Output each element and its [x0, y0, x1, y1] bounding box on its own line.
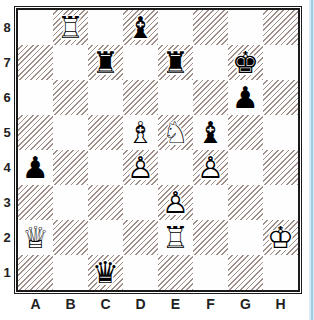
square-c2[interactable] [88, 220, 123, 255]
square-a8[interactable] [18, 10, 53, 45]
piece-white-pawn: ♙ [123, 150, 158, 185]
square-b8[interactable]: ♜♖ [53, 10, 88, 45]
file-labels: ABCDEFGH [18, 296, 298, 312]
piece-black-pawn: ♟ [228, 80, 263, 115]
square-d5[interactable]: ♝♗ [123, 115, 158, 150]
square-g2[interactable] [228, 220, 263, 255]
square-a2[interactable]: ♛♕ [18, 220, 53, 255]
square-c4[interactable] [88, 150, 123, 185]
square-h1[interactable] [263, 255, 298, 290]
square-d7[interactable] [123, 45, 158, 80]
square-d3[interactable] [123, 185, 158, 220]
square-c6[interactable] [88, 80, 123, 115]
square-e3[interactable]: ♟♙ [158, 185, 193, 220]
square-b2[interactable] [53, 220, 88, 255]
square-d8[interactable]: ♝♝ [123, 10, 158, 45]
square-b5[interactable] [53, 115, 88, 150]
piece-white-queen: ♕ [18, 220, 53, 255]
square-g4[interactable] [228, 150, 263, 185]
square-a3[interactable] [18, 185, 53, 220]
piece-halo: ♝ [123, 115, 158, 150]
square-c7[interactable]: ♜♜ [88, 45, 123, 80]
rank-label-5: 5 [3, 125, 10, 140]
piece-white-rook: ♖ [158, 220, 193, 255]
square-b1[interactable] [53, 255, 88, 290]
square-f2[interactable] [193, 220, 228, 255]
piece-white-pawn: ♙ [158, 185, 193, 220]
piece-halo: ♟ [18, 150, 53, 185]
piece-halo: ♟ [158, 185, 193, 220]
square-b4[interactable] [53, 150, 88, 185]
square-c5[interactable] [88, 115, 123, 150]
square-h3[interactable] [263, 185, 298, 220]
square-c8[interactable] [88, 10, 123, 45]
square-a6[interactable] [18, 80, 53, 115]
square-f7[interactable] [193, 45, 228, 80]
rank-label-3: 3 [3, 195, 10, 210]
square-d4[interactable]: ♟♙ [123, 150, 158, 185]
square-e4[interactable] [158, 150, 193, 185]
square-g1[interactable] [228, 255, 263, 290]
piece-white-king: ♔ [263, 220, 298, 255]
square-e6[interactable] [158, 80, 193, 115]
file-label-b: B [65, 296, 75, 312]
board-area: 87654321 ♜♖♝♝♜♜♜♜♚♚♟♟♝♗♞♘♝♝♟♟♟♙♟♙♟♙♛♕♜♖♚… [0, 6, 302, 294]
file-label-c: C [100, 296, 110, 312]
square-f4[interactable]: ♟♙ [193, 150, 228, 185]
square-f1[interactable] [193, 255, 228, 290]
piece-black-king: ♚ [228, 45, 263, 80]
piece-black-rook: ♜ [158, 45, 193, 80]
square-a7[interactable] [18, 45, 53, 80]
file-label-d: D [135, 296, 145, 312]
piece-halo: ♚ [228, 45, 263, 80]
piece-halo: ♜ [88, 45, 123, 80]
rank-label-8: 8 [3, 20, 10, 35]
square-g5[interactable] [228, 115, 263, 150]
square-h6[interactable] [263, 80, 298, 115]
board-frame-inner: ♜♖♝♝♜♜♜♜♚♚♟♟♝♗♞♘♝♝♟♟♟♙♟♙♟♙♛♕♜♖♚♔♛♛ [16, 8, 300, 292]
file-label-a: A [30, 296, 40, 312]
piece-halo: ♞ [158, 115, 193, 150]
square-h4[interactable] [263, 150, 298, 185]
piece-halo: ♜ [158, 45, 193, 80]
square-f6[interactable] [193, 80, 228, 115]
piece-black-bishop: ♝ [123, 10, 158, 45]
piece-black-queen: ♛ [88, 255, 123, 290]
square-a4[interactable]: ♟♟ [18, 150, 53, 185]
rank-label-4: 4 [3, 160, 10, 175]
piece-halo: ♟ [228, 80, 263, 115]
rank-label-2: 2 [3, 230, 10, 245]
square-e1[interactable] [158, 255, 193, 290]
file-label-f: F [206, 296, 215, 312]
square-b7[interactable] [53, 45, 88, 80]
piece-halo: ♟ [193, 150, 228, 185]
square-f3[interactable] [193, 185, 228, 220]
piece-black-bishop: ♝ [193, 115, 228, 150]
square-b3[interactable] [53, 185, 88, 220]
square-b6[interactable] [53, 80, 88, 115]
piece-white-knight: ♘ [158, 115, 193, 150]
chess-board: ♜♖♝♝♜♜♜♜♚♚♟♟♝♗♞♘♝♝♟♟♟♙♟♙♟♙♛♕♜♖♚♔♛♛ [18, 10, 298, 290]
file-label-e: E [171, 296, 180, 312]
square-g3[interactable] [228, 185, 263, 220]
square-e7[interactable]: ♜♜ [158, 45, 193, 80]
board-frame: ♜♖♝♝♜♜♜♜♚♚♟♟♝♗♞♘♝♝♟♟♟♙♟♙♟♙♛♕♜♖♚♔♛♛ [14, 6, 302, 294]
piece-halo: ♚ [263, 220, 298, 255]
piece-black-pawn: ♟ [18, 150, 53, 185]
rank-labels: 87654321 [0, 10, 14, 294]
piece-white-bishop: ♗ [123, 115, 158, 150]
square-e8[interactable] [158, 10, 193, 45]
square-g7[interactable]: ♚♚ [228, 45, 263, 80]
piece-halo: ♝ [193, 115, 228, 150]
piece-white-pawn: ♙ [193, 150, 228, 185]
file-label-h: H [275, 296, 285, 312]
piece-halo: ♜ [158, 220, 193, 255]
square-h8[interactable] [263, 10, 298, 45]
square-h2[interactable]: ♚♔ [263, 220, 298, 255]
square-g8[interactable] [228, 10, 263, 45]
rank-label-6: 6 [3, 90, 10, 105]
piece-halo: ♟ [123, 150, 158, 185]
square-c3[interactable] [88, 185, 123, 220]
square-d6[interactable] [123, 80, 158, 115]
square-f8[interactable] [193, 10, 228, 45]
square-e2[interactable]: ♜♖ [158, 220, 193, 255]
piece-halo: ♝ [123, 10, 158, 45]
square-a5[interactable] [18, 115, 53, 150]
square-g6[interactable]: ♟♟ [228, 80, 263, 115]
square-h5[interactable] [263, 115, 298, 150]
rank-label-7: 7 [3, 55, 10, 70]
file-label-g: G [240, 296, 251, 312]
square-d2[interactable] [123, 220, 158, 255]
rank-label-1: 1 [3, 265, 10, 280]
square-f5[interactable]: ♝♝ [193, 115, 228, 150]
piece-halo: ♜ [53, 10, 88, 45]
piece-white-rook: ♖ [53, 10, 88, 45]
square-d1[interactable] [123, 255, 158, 290]
square-a1[interactable] [18, 255, 53, 290]
piece-halo: ♛ [88, 255, 123, 290]
square-e5[interactable]: ♞♘ [158, 115, 193, 150]
piece-black-rook: ♜ [88, 45, 123, 80]
square-c1[interactable]: ♛♛ [88, 255, 123, 290]
square-h7[interactable] [263, 45, 298, 80]
piece-halo: ♛ [18, 220, 53, 255]
image-edge-strip [309, 0, 314, 320]
chess-diagram: 87654321 ♜♖♝♝♜♜♜♜♚♚♟♟♝♗♞♘♝♝♟♟♟♙♟♙♟♙♛♕♜♖♚… [0, 0, 314, 320]
